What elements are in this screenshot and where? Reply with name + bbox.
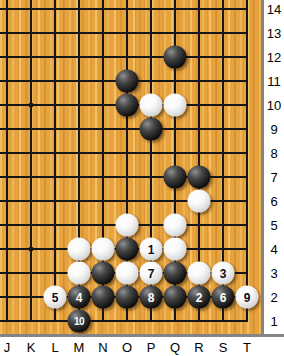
- stone-black-R7: [188, 166, 211, 189]
- stone-white-R6: [188, 190, 211, 213]
- col-label-K: K: [27, 340, 36, 355]
- stone-black-Q12: [164, 46, 187, 69]
- stone-black-Q7: [164, 166, 187, 189]
- row-coordinate-strip: 1234567891011121314: [264, 0, 284, 334]
- stone-black-O4: [116, 238, 139, 261]
- stone-white-P4: 1: [140, 238, 163, 261]
- row-label-9: 9: [270, 122, 277, 137]
- goban[interactable]: 17354826910: [0, 0, 261, 335]
- row-label-4: 4: [270, 242, 277, 257]
- stone-black-S2: 6: [212, 286, 235, 309]
- grid-line-row-8: [0, 152, 248, 154]
- col-label-L: L: [51, 340, 58, 355]
- stone-black-O11: [116, 70, 139, 93]
- stone-black-R2: 2: [188, 286, 211, 309]
- stone-white-S3: 3: [212, 262, 235, 285]
- col-label-R: R: [194, 340, 203, 355]
- stone-white-M3: [68, 262, 91, 285]
- stone-black-P9: [140, 118, 163, 141]
- stone-white-L2: 5: [44, 286, 67, 309]
- grid-line-row-6: [0, 200, 248, 202]
- row-label-10: 10: [267, 98, 281, 113]
- stone-black-Q3: [164, 262, 187, 285]
- col-label-O: O: [122, 340, 132, 355]
- stone-white-O5: [116, 214, 139, 237]
- col-label-M: M: [74, 340, 85, 355]
- move-number-1: 1: [148, 243, 155, 255]
- stone-white-N4: [92, 238, 115, 261]
- row-label-12: 12: [267, 50, 281, 65]
- grid-line-row-1: [0, 320, 248, 322]
- stone-black-N3: [92, 262, 115, 285]
- row-label-7: 7: [270, 170, 277, 185]
- stone-white-Q5: [164, 214, 187, 237]
- col-label-P: P: [147, 340, 156, 355]
- stone-black-Q2: [164, 286, 187, 309]
- stone-black-O2: [116, 286, 139, 309]
- stone-black-O10: [116, 94, 139, 117]
- column-coordinate-strip: JKLMNOPQRST: [0, 337, 284, 356]
- stone-white-Q10: [164, 94, 187, 117]
- row-label-5: 5: [270, 218, 277, 233]
- star-point-K4: [29, 247, 34, 252]
- stone-black-M1: 10: [68, 310, 91, 333]
- stone-black-P2: 8: [140, 286, 163, 309]
- stone-white-R3: [188, 262, 211, 285]
- row-label-6: 6: [270, 194, 277, 209]
- move-number-10: 10: [74, 316, 84, 326]
- row-label-14: 14: [267, 2, 281, 17]
- stone-black-N2: [92, 286, 115, 309]
- stone-white-T2: 9: [236, 286, 259, 309]
- col-label-Q: Q: [170, 340, 180, 355]
- move-number-9: 9: [244, 291, 251, 303]
- move-number-2: 2: [196, 291, 203, 303]
- row-label-8: 8: [270, 146, 277, 161]
- go-diagram-screenshot: 17354826910 1234567891011121314 JKLMNOPQ…: [0, 0, 284, 356]
- row-label-11: 11: [267, 74, 281, 89]
- stone-black-M2: 4: [68, 286, 91, 309]
- grid-line-row-12: [0, 56, 248, 58]
- row-label-1: 1: [270, 314, 277, 329]
- row-label-2: 2: [270, 290, 277, 305]
- move-number-7: 7: [148, 267, 155, 279]
- stone-white-Q4: [164, 238, 187, 261]
- grid-line-row-7: [0, 176, 248, 178]
- grid-line-row-9: [0, 128, 248, 130]
- stone-white-O3: [116, 262, 139, 285]
- star-point-K10: [29, 103, 34, 108]
- row-label-3: 3: [270, 266, 277, 281]
- grid-line-row-13: [0, 32, 248, 34]
- move-number-6: 6: [220, 291, 227, 303]
- row-label-13: 13: [267, 26, 281, 41]
- move-number-4: 4: [76, 291, 83, 303]
- col-label-S: S: [219, 340, 228, 355]
- col-label-J: J: [4, 340, 11, 355]
- grid-line-row-14: [0, 8, 248, 10]
- move-number-8: 8: [148, 291, 155, 303]
- col-label-N: N: [98, 340, 107, 355]
- move-number-3: 3: [220, 267, 227, 279]
- stone-white-P3: 7: [140, 262, 163, 285]
- stone-white-P10: [140, 94, 163, 117]
- col-label-T: T: [243, 340, 251, 355]
- stone-white-M4: [68, 238, 91, 261]
- move-number-5: 5: [52, 291, 59, 303]
